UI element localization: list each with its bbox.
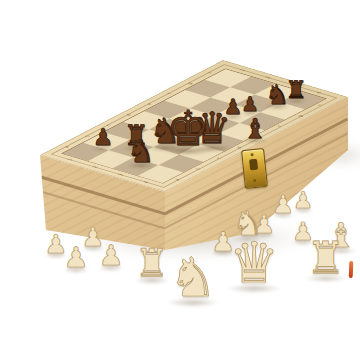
light-pawn: ♟ [293,189,314,212]
brass-clasp [241,148,268,189]
light-pawn: ♟ [63,244,88,272]
product-photo: abcdefgh abcdefgh 1234 1234 ♟♜♞♞♚♛♟♟♝♞♜♟… [0,0,360,360]
coordinate-mark: 2 [91,166,99,169]
dark-knight: ♞ [265,81,289,108]
clasp-screw [253,179,256,182]
clasp-screw [250,153,253,156]
light-knight: ♞ [169,251,217,305]
dark-bishop: ♝ [243,115,267,142]
coordinate-mark: 4 [314,91,322,94]
red-object-edge [349,261,354,278]
coordinate-mark: h [316,104,324,107]
coordinate-mark: a [173,178,181,181]
coordinate-mark: f [166,92,173,94]
coordinate-mark: c [214,157,222,160]
coordinate-mark: d [235,146,243,149]
dark-pawn: ♟ [93,126,114,149]
coordinate-mark: f [276,125,283,127]
dark-king: ♚ [166,104,209,152]
light-rook: ♜ [135,244,169,282]
light-pawn: ♟ [98,242,123,270]
coordinate-mark: g [296,114,304,117]
coordinate-mark: 4 [142,181,150,184]
dark-knight: ♞ [127,136,155,167]
coordinate-mark: 1 [238,68,246,71]
coordinate-mark: b [194,167,202,170]
light-rook: ♜ [306,236,345,280]
coordinate-mark: 1 [65,158,73,161]
dark-pawn: ♟ [241,94,259,114]
clasp-slot [249,159,258,171]
coordinate-mark: 3 [116,173,124,176]
light-queen: ♛ [229,235,279,291]
